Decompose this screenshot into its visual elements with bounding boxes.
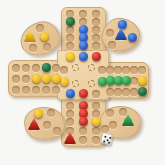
die-pip <box>104 135 106 137</box>
board-hole[interactable] <box>60 66 68 74</box>
board-hole[interactable] <box>92 18 100 26</box>
board-hole[interactable] <box>92 102 100 110</box>
board-hole[interactable] <box>12 75 20 83</box>
board-hole[interactable] <box>66 102 74 110</box>
board-hole[interactable] <box>79 10 87 18</box>
dark-green-peg[interactable] <box>42 63 51 72</box>
board-hole[interactable] <box>122 88 130 96</box>
board-hole[interactable] <box>106 109 114 117</box>
board-hole[interactable] <box>109 121 117 129</box>
yellow-peg[interactable] <box>66 52 75 61</box>
board-hole[interactable] <box>36 24 44 32</box>
board-hole[interactable] <box>52 86 60 94</box>
board-hole[interactable] <box>106 88 114 96</box>
board-hole[interactable] <box>130 66 138 74</box>
board-hole[interactable] <box>92 34 100 42</box>
green-peg[interactable] <box>122 76 131 85</box>
board-hole[interactable] <box>108 41 116 49</box>
board-hole[interactable] <box>29 44 37 52</box>
blue-peg[interactable] <box>66 89 75 98</box>
die-pip <box>108 142 110 144</box>
goal-dashed-hole[interactable] <box>88 80 95 87</box>
board-hole[interactable] <box>66 26 74 34</box>
board-hole[interactable] <box>130 77 138 85</box>
board-hole[interactable] <box>22 86 30 94</box>
blue-peg[interactable] <box>79 52 88 61</box>
holes-and-pegs-layer <box>0 0 165 165</box>
board-hole[interactable] <box>52 64 60 72</box>
board-hole[interactable] <box>66 118 74 126</box>
board-hole[interactable] <box>119 108 127 116</box>
yellow-peg[interactable] <box>92 117 101 126</box>
blue-peg[interactable] <box>79 41 88 50</box>
board-hole[interactable] <box>12 64 20 72</box>
board-hole[interactable] <box>66 42 74 50</box>
board-hole[interactable] <box>138 66 146 74</box>
board-hole[interactable] <box>43 121 51 129</box>
board-hole[interactable] <box>92 10 100 18</box>
goal-dashed-hole[interactable] <box>88 64 95 71</box>
yellow-peg[interactable] <box>52 74 61 83</box>
board-hole[interactable] <box>32 86 40 94</box>
board-hole[interactable] <box>92 136 100 144</box>
red-peg[interactable] <box>79 89 88 98</box>
die-pip <box>109 137 111 139</box>
board-hole[interactable] <box>106 29 114 37</box>
board-hole[interactable] <box>79 127 87 135</box>
yellow-peg[interactable] <box>32 74 41 83</box>
board-hole[interactable] <box>53 127 61 135</box>
board-hole[interactable] <box>98 66 106 74</box>
red-peg[interactable] <box>79 117 88 126</box>
goal-dashed-hole[interactable] <box>72 64 79 71</box>
blue-peg[interactable] <box>128 33 137 42</box>
board-hole[interactable] <box>12 86 20 94</box>
yellow-peg[interactable] <box>34 109 43 118</box>
dark-green-peg[interactable] <box>138 87 147 96</box>
yellow-peg[interactable] <box>40 32 49 41</box>
board-hole[interactable] <box>43 43 51 51</box>
board-hole[interactable] <box>66 34 74 42</box>
board-hole[interactable] <box>92 90 100 98</box>
board-hole[interactable] <box>66 110 74 118</box>
board-hole[interactable] <box>114 66 122 74</box>
dark-green-peg[interactable] <box>66 17 75 26</box>
yellow-peg[interactable] <box>42 74 51 83</box>
board-hole[interactable] <box>122 66 130 74</box>
board-hole[interactable] <box>79 136 87 144</box>
board-photo-scene <box>0 0 165 165</box>
board-hole[interactable] <box>130 88 138 96</box>
board-hole[interactable] <box>92 127 100 135</box>
yellow-peg[interactable] <box>138 76 147 85</box>
yellow-peg[interactable] <box>60 77 69 86</box>
board-hole[interactable] <box>92 26 100 34</box>
board-hole[interactable] <box>106 66 114 74</box>
goal-dashed-hole[interactable] <box>72 80 79 87</box>
board-hole[interactable] <box>47 109 55 117</box>
board-hole[interactable] <box>114 88 122 96</box>
red-peg[interactable] <box>92 52 101 61</box>
board-hole[interactable] <box>42 86 50 94</box>
board-hole[interactable] <box>32 64 40 72</box>
board-hole[interactable] <box>22 75 30 83</box>
die-pip <box>103 140 105 142</box>
board-hole[interactable] <box>22 64 30 72</box>
blue-peg[interactable] <box>118 20 127 29</box>
board-hole[interactable] <box>92 42 100 50</box>
